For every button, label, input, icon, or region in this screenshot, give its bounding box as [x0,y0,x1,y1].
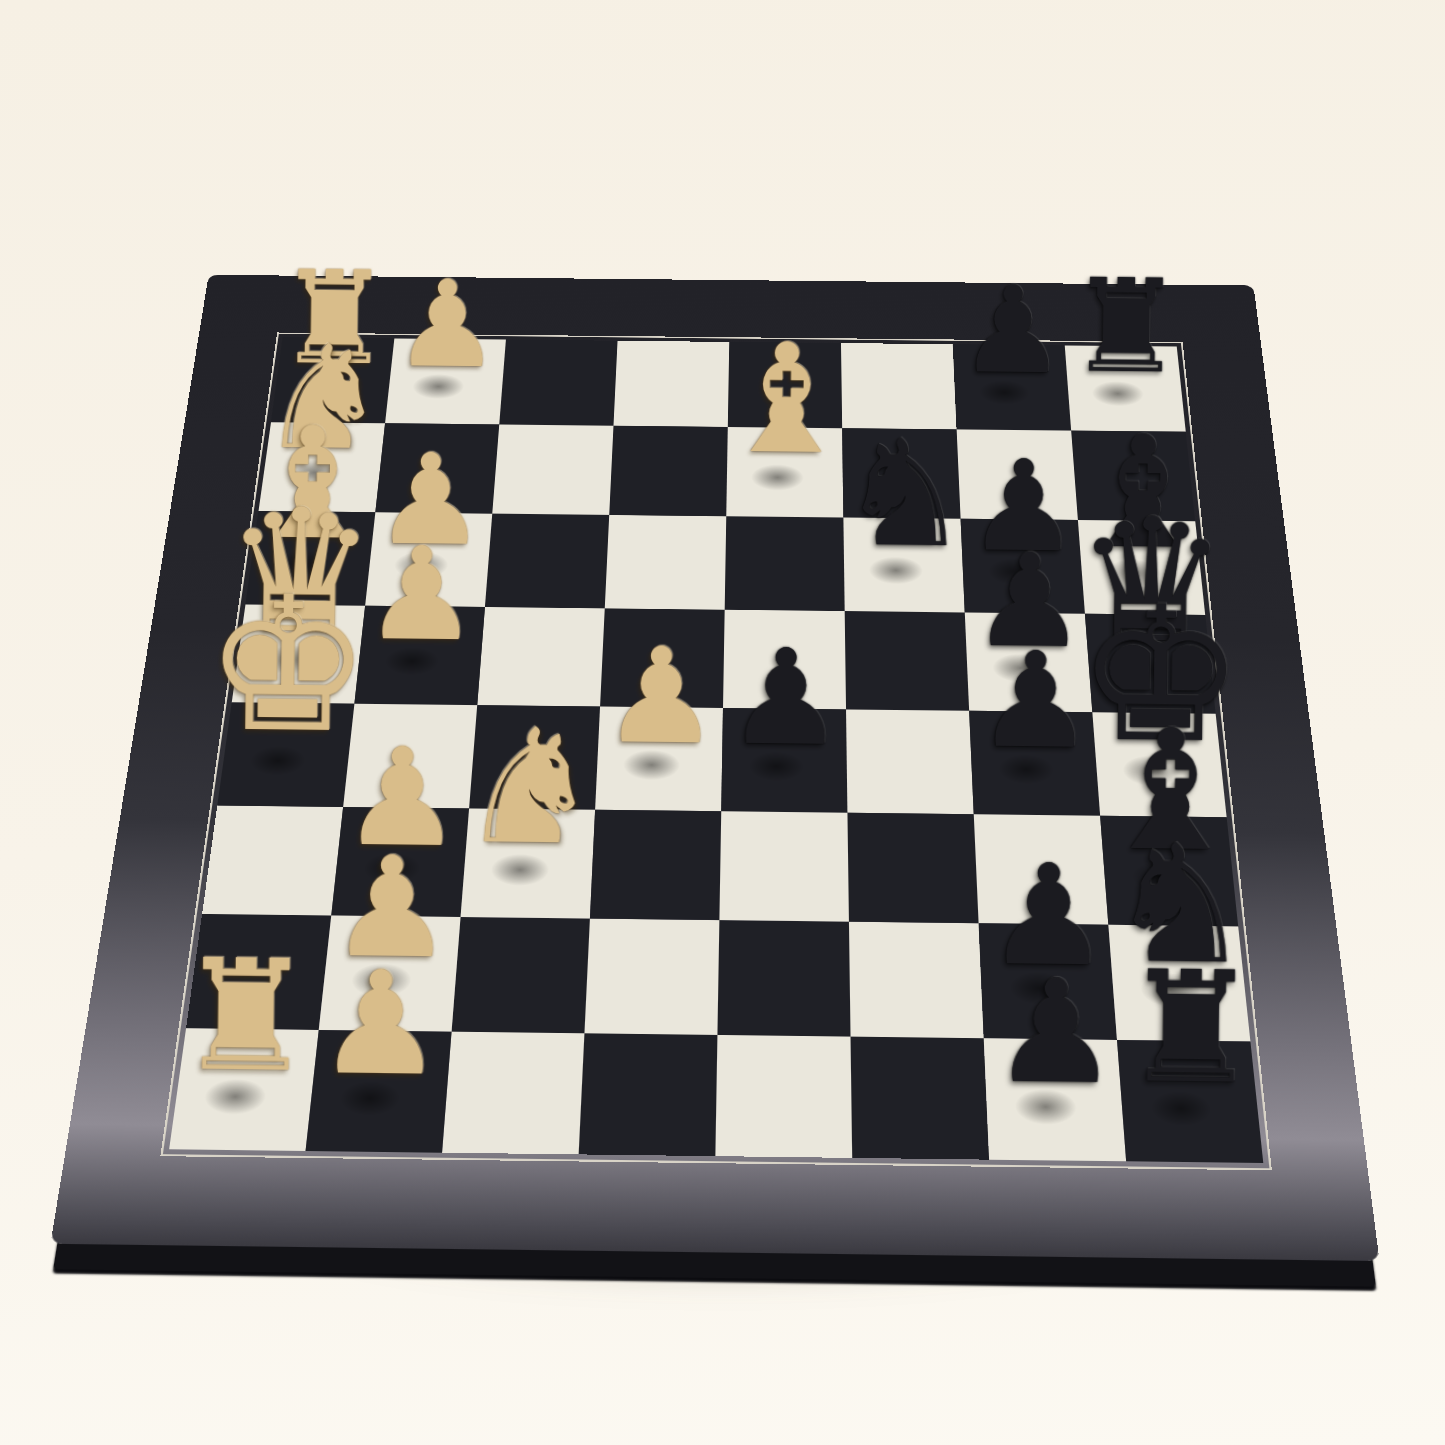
square-g2: ♟ [318,916,460,1032]
square-f1 [202,805,343,915]
square-f6 [847,813,978,923]
square-b3 [492,425,613,515]
piece-contact-shadow [271,452,355,492]
chessboard: ♜♟♟♜♞♝♝♟♞♟♝♛♟♟♛♚♟♟♟♚♟♞♝♟♟♞♜♟♟♜ [50,275,1379,1261]
square-f7 [973,814,1108,925]
square-b2 [375,423,499,513]
piece-contact-shadow [231,737,322,783]
square-g5 [717,920,850,1036]
piece-contact-shadow [1114,853,1206,902]
square-d1: ♛ [231,604,364,703]
square-a5 [727,342,841,428]
piece-contact-shadow [1106,747,1195,794]
piece-contact-shadow [1077,374,1158,412]
piece-contact-shadow [964,373,1044,411]
square-d6 [844,611,968,711]
square-b5: ♝ [726,427,843,517]
white-rook-a1: ♜ [275,254,392,384]
square-e2 [343,704,477,809]
square-a2: ♟ [385,338,506,424]
square-f4 [589,810,720,920]
square-e3 [469,705,600,810]
square-d4 [600,608,725,708]
square-b6 [842,428,960,519]
black-bishop-f8: ♝ [1093,707,1245,875]
square-c4 [604,515,726,610]
piece-contact-shadow [1132,1081,1229,1136]
piece-contact-shadow [732,743,818,790]
square-e1: ♚ [217,702,354,807]
square-c7: ♟ [960,519,1084,614]
piece-contact-shadow [607,741,694,787]
square-g6 [848,922,983,1039]
square-c6: ♞ [843,517,964,612]
piece-contact-shadow [259,543,345,585]
square-g8: ♞ [1108,925,1250,1042]
white-pawn-a2: ♟ [392,264,500,385]
piece-contact-shadow [737,457,817,497]
square-f3: ♞ [460,808,595,918]
piece-contact-shadow [245,638,333,682]
square-h2: ♟ [305,1030,451,1153]
black-pawn-a7: ♟ [957,270,1066,391]
square-g3 [451,917,589,1033]
square-a3 [499,340,617,426]
square-e4: ♟ [595,707,723,812]
square-f2: ♟ [331,807,469,917]
square-c8: ♝ [1077,520,1204,615]
piece-contact-shadow [320,1071,417,1125]
square-e7: ♟ [969,711,1100,816]
square-c3 [484,514,608,609]
piece-contact-shadow [997,1079,1093,1134]
square-h5 [715,1035,852,1158]
piece-contact-shadow [977,646,1063,690]
square-h1: ♜ [169,1028,319,1151]
square-e8: ♚ [1092,712,1226,817]
square-c5 [724,516,844,611]
square-b7 [956,429,1077,520]
square-d7: ♟ [964,612,1092,712]
piece-contact-shadow [981,746,1069,793]
piece-contact-shadow [992,962,1085,1014]
square-h3 [442,1032,584,1155]
piece-contact-shadow [345,844,437,893]
square-a8: ♜ [1064,345,1185,431]
piece-contact-shadow [283,366,365,404]
board-playing-area: ♜♟♟♜♞♝♝♟♞♟♝♛♟♟♛♚♟♟♟♚♟♞♝♟♟♞♜♟♟♜ [160,333,1271,1171]
piece-contact-shadow [397,367,478,405]
square-h4 [578,1033,717,1156]
piece-contact-shadow [185,1069,284,1123]
square-f8: ♝ [1100,816,1238,927]
square-a4 [613,341,729,427]
piece-contact-shadow [1090,552,1175,594]
square-h7: ♟ [983,1038,1125,1161]
square-h8: ♜ [1117,1040,1263,1163]
black-rook-a8: ♜ [1067,262,1184,392]
piece-contact-shadow [1098,647,1185,691]
square-b8 [1071,431,1195,522]
piece-contact-shadow [854,549,936,591]
square-h6 [850,1037,989,1160]
piece-contact-shadow [972,550,1056,592]
square-a1: ♜ [270,337,393,423]
square-a7: ♟ [952,344,1070,430]
square-c1: ♝ [245,511,375,606]
square-f5 [719,811,849,921]
square-g7: ♟ [978,923,1116,1040]
square-d3 [477,607,605,707]
piece-contact-shadow [378,544,463,586]
photo-background: ♜♟♟♜♞♝♝♟♞♟♝♛♟♟♛♚♟♟♟♚♟♞♝♟♟♞♜♟♟♜ [0,0,1445,1445]
square-g1 [186,914,331,1030]
square-e5: ♟ [721,708,847,813]
square-b4 [609,426,728,516]
board-grid: ♜♟♟♜♞♝♝♟♞♟♝♛♟♟♛♚♟♟♟♚♟♞♝♟♟♞♜♟♟♜ [169,337,1263,1163]
piece-contact-shadow [1123,964,1218,1016]
square-c2: ♟ [365,512,492,607]
square-b1: ♞ [258,422,385,512]
square-a6 [841,343,957,429]
piece-contact-shadow [367,639,454,683]
square-d8: ♛ [1084,614,1215,714]
square-e6 [846,709,974,814]
piece-contact-shadow [333,954,427,1006]
chessboard-scene: ♜♟♟♜♞♝♝♟♞♟♝♛♟♟♛♚♟♟♟♚♟♞♝♟♟♞♜♟♟♜ [0,0,1445,1445]
piece-contact-shadow [474,845,564,894]
square-g4 [584,919,719,1035]
square-d2: ♟ [354,606,484,705]
square-d5 [723,610,846,710]
